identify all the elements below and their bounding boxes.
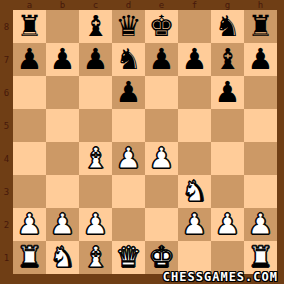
square-c1[interactable]: ♝ bbox=[79, 241, 112, 274]
square-c5[interactable] bbox=[79, 109, 112, 142]
square-a5[interactable] bbox=[13, 109, 46, 142]
square-h5[interactable] bbox=[244, 109, 277, 142]
rank-label-8: 8 bbox=[0, 10, 13, 43]
piece-white-pawn: ♟ bbox=[50, 210, 76, 239]
piece-white-pawn: ♟ bbox=[83, 210, 109, 239]
square-f8[interactable] bbox=[178, 10, 211, 43]
square-b2[interactable]: ♟ bbox=[46, 208, 79, 241]
square-h6[interactable] bbox=[244, 76, 277, 109]
square-a4[interactable] bbox=[13, 142, 46, 175]
square-a7[interactable]: ♟ bbox=[13, 43, 46, 76]
piece-black-pawn: ♟ bbox=[149, 45, 175, 74]
square-c8[interactable]: ♝ bbox=[79, 10, 112, 43]
square-b4[interactable] bbox=[46, 142, 79, 175]
square-f3[interactable]: ♞ bbox=[178, 175, 211, 208]
rank-label-6: 6 bbox=[0, 76, 13, 109]
piece-white-pawn: ♟ bbox=[17, 210, 43, 239]
rank-label-5: 5 bbox=[0, 109, 13, 142]
square-b1[interactable]: ♞ bbox=[46, 241, 79, 274]
piece-black-pawn: ♟ bbox=[83, 45, 109, 74]
square-f7[interactable]: ♟ bbox=[178, 43, 211, 76]
square-h3[interactable] bbox=[244, 175, 277, 208]
square-f6[interactable] bbox=[178, 76, 211, 109]
chessgames-watermark: CHESSGAMES.COM bbox=[163, 271, 278, 284]
square-h4[interactable] bbox=[244, 142, 277, 175]
rank-label-7: 7 bbox=[0, 43, 13, 76]
piece-white-queen: ♛ bbox=[116, 243, 142, 272]
square-d5[interactable] bbox=[112, 109, 145, 142]
chess-diagram: abcdefgh 87654321 ♜♝♛♚♞♜♟♟♟♞♟♟♝♟♟♟♝♟♟♞♟♟… bbox=[0, 0, 284, 284]
piece-black-queen: ♛ bbox=[116, 12, 142, 41]
square-g2[interactable]: ♟ bbox=[211, 208, 244, 241]
square-f5[interactable] bbox=[178, 109, 211, 142]
square-c3[interactable] bbox=[79, 175, 112, 208]
chess-board: ♜♝♛♚♞♜♟♟♟♞♟♟♝♟♟♟♝♟♟♞♟♟♟♟♟♟♜♞♝♛♚♜ bbox=[13, 10, 277, 274]
square-f4[interactable] bbox=[178, 142, 211, 175]
square-h2[interactable]: ♟ bbox=[244, 208, 277, 241]
piece-black-bishop: ♝ bbox=[83, 12, 109, 41]
square-a2[interactable]: ♟ bbox=[13, 208, 46, 241]
file-label-b: b bbox=[46, 0, 79, 10]
piece-black-king: ♚ bbox=[149, 12, 175, 41]
square-a8[interactable]: ♜ bbox=[13, 10, 46, 43]
square-e7[interactable]: ♟ bbox=[145, 43, 178, 76]
square-d3[interactable] bbox=[112, 175, 145, 208]
square-c2[interactable]: ♟ bbox=[79, 208, 112, 241]
piece-black-pawn: ♟ bbox=[17, 45, 43, 74]
piece-white-pawn: ♟ bbox=[149, 144, 175, 173]
piece-black-pawn: ♟ bbox=[116, 78, 142, 107]
piece-white-pawn: ♟ bbox=[215, 210, 241, 239]
square-b6[interactable] bbox=[46, 76, 79, 109]
rank-label-4: 4 bbox=[0, 142, 13, 175]
square-f2[interactable]: ♟ bbox=[178, 208, 211, 241]
piece-white-knight: ♞ bbox=[50, 243, 76, 272]
square-b8[interactable] bbox=[46, 10, 79, 43]
square-g6[interactable]: ♟ bbox=[211, 76, 244, 109]
piece-black-knight: ♞ bbox=[116, 45, 142, 74]
piece-black-bishop: ♝ bbox=[215, 45, 241, 74]
piece-white-pawn: ♟ bbox=[248, 210, 274, 239]
piece-white-knight: ♞ bbox=[182, 177, 208, 206]
square-d7[interactable]: ♞ bbox=[112, 43, 145, 76]
rank-label-1: 1 bbox=[0, 241, 13, 274]
square-d6[interactable]: ♟ bbox=[112, 76, 145, 109]
piece-black-pawn: ♟ bbox=[182, 45, 208, 74]
piece-white-bishop: ♝ bbox=[83, 144, 109, 173]
square-h8[interactable]: ♜ bbox=[244, 10, 277, 43]
square-g4[interactable] bbox=[211, 142, 244, 175]
square-d8[interactable]: ♛ bbox=[112, 10, 145, 43]
square-a6[interactable] bbox=[13, 76, 46, 109]
square-c6[interactable] bbox=[79, 76, 112, 109]
piece-black-pawn: ♟ bbox=[50, 45, 76, 74]
piece-black-rook: ♜ bbox=[248, 12, 274, 41]
square-d1[interactable]: ♛ bbox=[112, 241, 145, 274]
square-e8[interactable]: ♚ bbox=[145, 10, 178, 43]
square-g7[interactable]: ♝ bbox=[211, 43, 244, 76]
square-e3[interactable] bbox=[145, 175, 178, 208]
square-a3[interactable] bbox=[13, 175, 46, 208]
rank-label-2: 2 bbox=[0, 208, 13, 241]
square-c7[interactable]: ♟ bbox=[79, 43, 112, 76]
piece-white-pawn: ♟ bbox=[182, 210, 208, 239]
square-a1[interactable]: ♜ bbox=[13, 241, 46, 274]
square-e4[interactable]: ♟ bbox=[145, 142, 178, 175]
square-g5[interactable] bbox=[211, 109, 244, 142]
square-g3[interactable] bbox=[211, 175, 244, 208]
piece-black-knight: ♞ bbox=[215, 12, 241, 41]
piece-white-rook: ♜ bbox=[17, 243, 43, 272]
square-c4[interactable]: ♝ bbox=[79, 142, 112, 175]
piece-white-king: ♚ bbox=[149, 243, 175, 272]
square-b7[interactable]: ♟ bbox=[46, 43, 79, 76]
square-b3[interactable] bbox=[46, 175, 79, 208]
square-b5[interactable] bbox=[46, 109, 79, 142]
square-h7[interactable]: ♟ bbox=[244, 43, 277, 76]
square-g8[interactable]: ♞ bbox=[211, 10, 244, 43]
square-e6[interactable] bbox=[145, 76, 178, 109]
piece-black-rook: ♜ bbox=[17, 12, 43, 41]
square-e5[interactable] bbox=[145, 109, 178, 142]
square-d4[interactable]: ♟ bbox=[112, 142, 145, 175]
piece-white-rook: ♜ bbox=[248, 243, 274, 272]
piece-white-pawn: ♟ bbox=[116, 144, 142, 173]
rank-labels: 87654321 bbox=[0, 10, 13, 274]
file-label-f: f bbox=[178, 0, 211, 10]
square-e2[interactable] bbox=[145, 208, 178, 241]
piece-black-pawn: ♟ bbox=[215, 78, 241, 107]
piece-white-bishop: ♝ bbox=[83, 243, 109, 272]
piece-black-pawn: ♟ bbox=[248, 45, 274, 74]
rank-label-3: 3 bbox=[0, 175, 13, 208]
square-d2[interactable] bbox=[112, 208, 145, 241]
